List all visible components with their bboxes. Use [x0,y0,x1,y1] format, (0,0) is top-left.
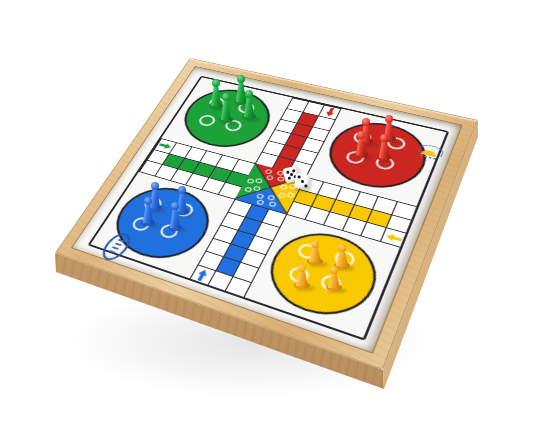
yellow-pawn[interactable] [325,266,344,291]
yellow-pawn[interactable] [306,240,325,265]
pieces-overlay [0,0,536,440]
blue-pawn[interactable] [140,197,156,226]
pawn-knob [298,264,306,272]
green-pawn[interactable] [218,93,234,123]
red-pawn[interactable] [376,134,392,161]
pawn-knob [385,115,393,123]
die-pip [287,177,291,181]
die-pip [286,170,290,174]
die[interactable] [294,173,311,190]
pawn-knob [151,182,159,190]
die-pip [292,169,296,173]
product-photo-scene [0,0,536,440]
pawn-knob [338,244,346,252]
die-pip [304,184,307,187]
pawn-knob [245,90,253,98]
blue-pawn[interactable] [167,202,183,231]
pawn-knob [222,93,230,101]
pawn-knob [212,79,220,87]
pawn-knob [330,266,338,274]
die-pip [301,180,304,183]
pawn-knob [357,131,365,139]
yellow-pawn[interactable] [293,264,312,289]
pawn-knob [237,75,245,83]
pawn-knob [311,240,319,248]
pawn-knob [178,186,186,194]
pawn-knob [380,134,388,142]
die-pip [298,176,301,179]
pawn-knob [362,118,370,126]
green-pawn[interactable] [241,90,257,120]
red-pawn[interactable] [353,131,369,158]
pawn-knob [144,197,152,205]
pawn-knob [171,202,179,210]
